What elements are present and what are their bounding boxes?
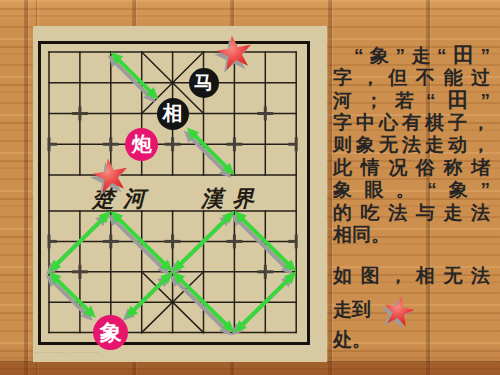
- river-label-right: 漢界: [201, 184, 263, 214]
- text-line-1: “象”走“田”: [333, 44, 490, 67]
- text-line-4: 字中心有棋子，: [333, 112, 490, 135]
- text-line-12: 处。: [333, 329, 490, 352]
- bold-tian-char: 田: [447, 43, 481, 66]
- text-line-11: 走到: [333, 294, 490, 326]
- text-line-9: 相同。: [333, 224, 490, 247]
- watermark-text: ·········· · ········: [34, 349, 100, 356]
- text-segment: 字，但不能过: [333, 67, 490, 88]
- board-frame: [38, 41, 310, 345]
- lesson-text-panel: “象”走“田”字，但不能过河；若“田”字中心有棋子，则象无法走动，此情况俗称堵象…: [333, 44, 490, 352]
- text-segment: 象眼。“象”: [333, 179, 490, 200]
- text-line-10: 如图，相无法: [333, 265, 490, 288]
- text-segment: 处。: [333, 329, 371, 350]
- text-segment: 字中心有棋子，: [333, 112, 490, 133]
- piece-black-horse: 马: [189, 68, 219, 98]
- text-line-2: 字，但不能过: [333, 67, 490, 90]
- text-line-7: 象眼。“象”: [333, 179, 490, 202]
- piece-black-elephant: 相: [157, 98, 189, 130]
- text-segment: ”: [481, 90, 491, 111]
- text-segment: 如图，相无法: [333, 265, 490, 286]
- wood-bottom-band: [0, 362, 500, 375]
- text-segment: “象”走“: [354, 45, 447, 66]
- text-line-3: 河；若“田”: [333, 89, 490, 112]
- text-line-6: 此情况俗称堵: [333, 157, 490, 180]
- text-segment: 相同。: [333, 224, 390, 245]
- text-segment: 的吃法与走法: [333, 202, 490, 223]
- text-segment: 河；若“: [333, 90, 436, 111]
- text-segment: 则象无法走动，: [333, 134, 490, 155]
- text-segment: ”: [481, 45, 491, 66]
- xiangqi-lesson-slide: 楚河 漢界 马相炮象 ·········· · ········ “象”走“田”…: [0, 0, 500, 375]
- river-label-left: 楚河: [92, 184, 154, 214]
- text-segment: 此情况俗称堵: [333, 157, 490, 178]
- text-segment: 走到: [333, 299, 371, 322]
- bold-tian-char: 田: [436, 88, 481, 111]
- star-marker-inline: [382, 293, 417, 327]
- piece-pink-cannon: 炮: [125, 128, 158, 161]
- text-line-5: 则象无法走动，: [333, 134, 490, 157]
- text-line-8: 的吃法与走法: [333, 202, 490, 225]
